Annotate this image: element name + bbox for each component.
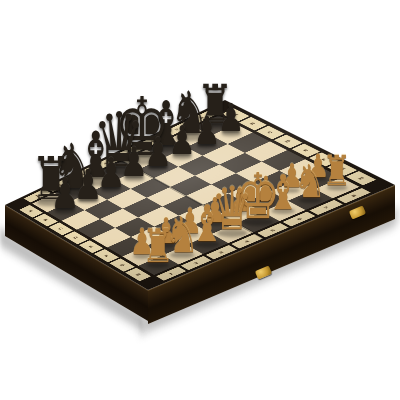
piece-black-pawn[interactable]: ♟ <box>168 121 196 161</box>
piece-black-pawn[interactable]: ♟ <box>193 110 220 149</box>
piece-white-rook[interactable]: ♜ <box>142 223 175 270</box>
piece-black-pawn[interactable]: ♟ <box>218 99 245 138</box>
piece-black-pawn[interactable]: ♟ <box>51 173 80 215</box>
chess-set-photo: 12345678 12345678 ABCDEFGH ABCDEFGH ♜♟♞♟… <box>0 0 400 400</box>
piece-white-rook[interactable]: ♜ <box>322 150 351 192</box>
